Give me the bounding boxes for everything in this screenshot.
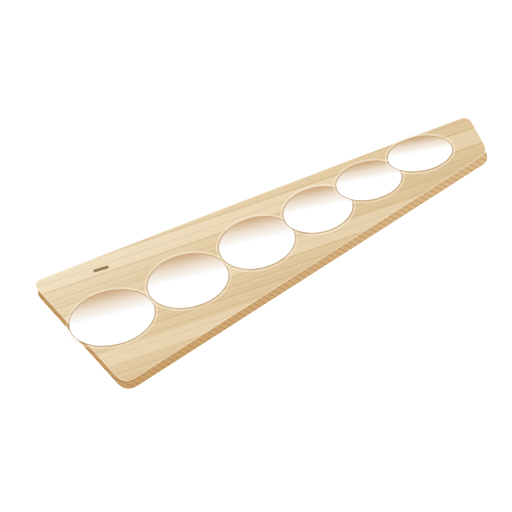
product-photo-canvas: [0, 0, 512, 512]
mancala-board: [0, 0, 512, 512]
